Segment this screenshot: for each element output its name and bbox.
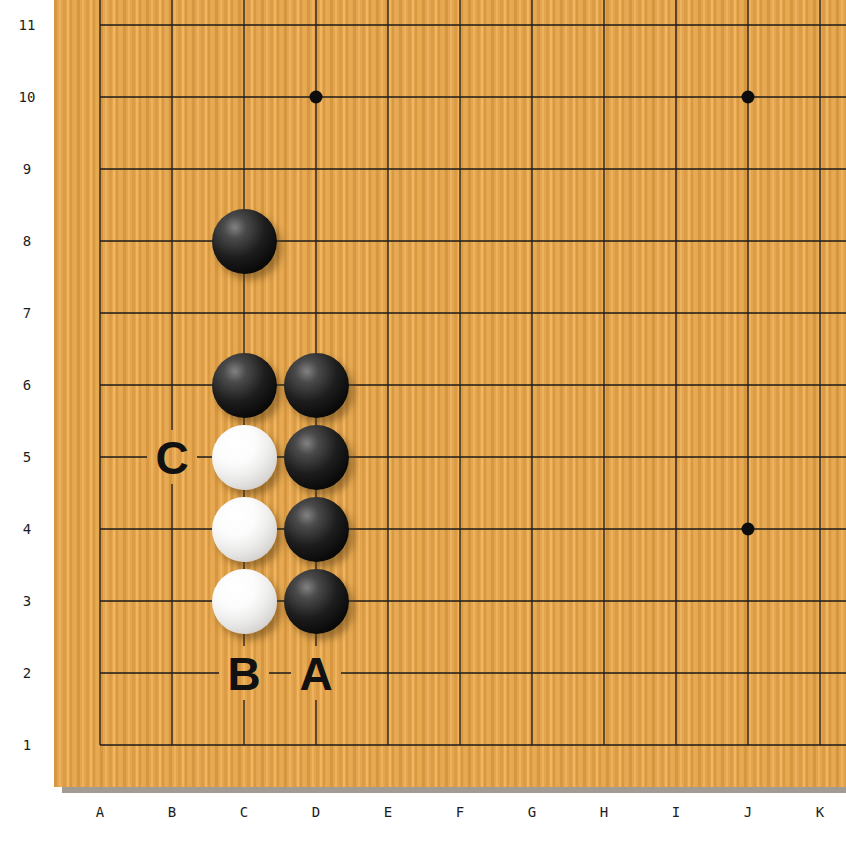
row-label-5: 5 <box>0 447 54 467</box>
col-label-J: J <box>728 802 768 822</box>
stone-black-C6[interactable] <box>212 353 277 418</box>
col-label-G: G <box>512 802 552 822</box>
row-label-9: 9 <box>0 159 54 179</box>
col-label-A: A <box>80 802 120 822</box>
board-svg: CBA <box>54 0 846 787</box>
row-label-4: 4 <box>0 519 54 539</box>
stone-white-C3[interactable] <box>212 569 277 634</box>
col-label-E: E <box>368 802 408 822</box>
col-label-H: H <box>584 802 624 822</box>
col-label-D: D <box>296 802 336 822</box>
board-shadow <box>62 787 846 793</box>
stone-black-D5[interactable] <box>284 425 349 490</box>
annotation-label-C[interactable]: C <box>155 432 188 484</box>
star-point-D10 <box>310 91 323 104</box>
stone-white-C4[interactable] <box>212 497 277 562</box>
row-label-6: 6 <box>0 375 54 395</box>
stone-black-D3[interactable] <box>284 569 349 634</box>
row-label-3: 3 <box>0 591 54 611</box>
col-label-C: C <box>224 802 264 822</box>
row-label-1: 1 <box>0 735 54 755</box>
stone-black-D4[interactable] <box>284 497 349 562</box>
star-point-J10 <box>742 91 755 104</box>
annotation-label-B[interactable]: B <box>227 648 260 700</box>
col-label-I: I <box>656 802 696 822</box>
row-label-8: 8 <box>0 231 54 251</box>
stone-black-C8[interactable] <box>212 209 277 274</box>
col-label-B: B <box>152 802 192 822</box>
row-label-10: 10 <box>0 87 54 107</box>
go-diagram: CBA 1110987654321ABCDEFGHIJK <box>0 0 846 849</box>
go-board[interactable]: CBA <box>54 0 846 787</box>
star-point-J4 <box>742 523 755 536</box>
stone-white-C5[interactable] <box>212 425 277 490</box>
col-label-F: F <box>440 802 480 822</box>
row-label-2: 2 <box>0 663 54 683</box>
row-label-11: 11 <box>0 15 54 35</box>
board-wood <box>54 0 846 787</box>
annotation-label-A[interactable]: A <box>299 648 332 700</box>
stone-black-D6[interactable] <box>284 353 349 418</box>
row-label-7: 7 <box>0 303 54 323</box>
col-label-K: K <box>800 802 840 822</box>
